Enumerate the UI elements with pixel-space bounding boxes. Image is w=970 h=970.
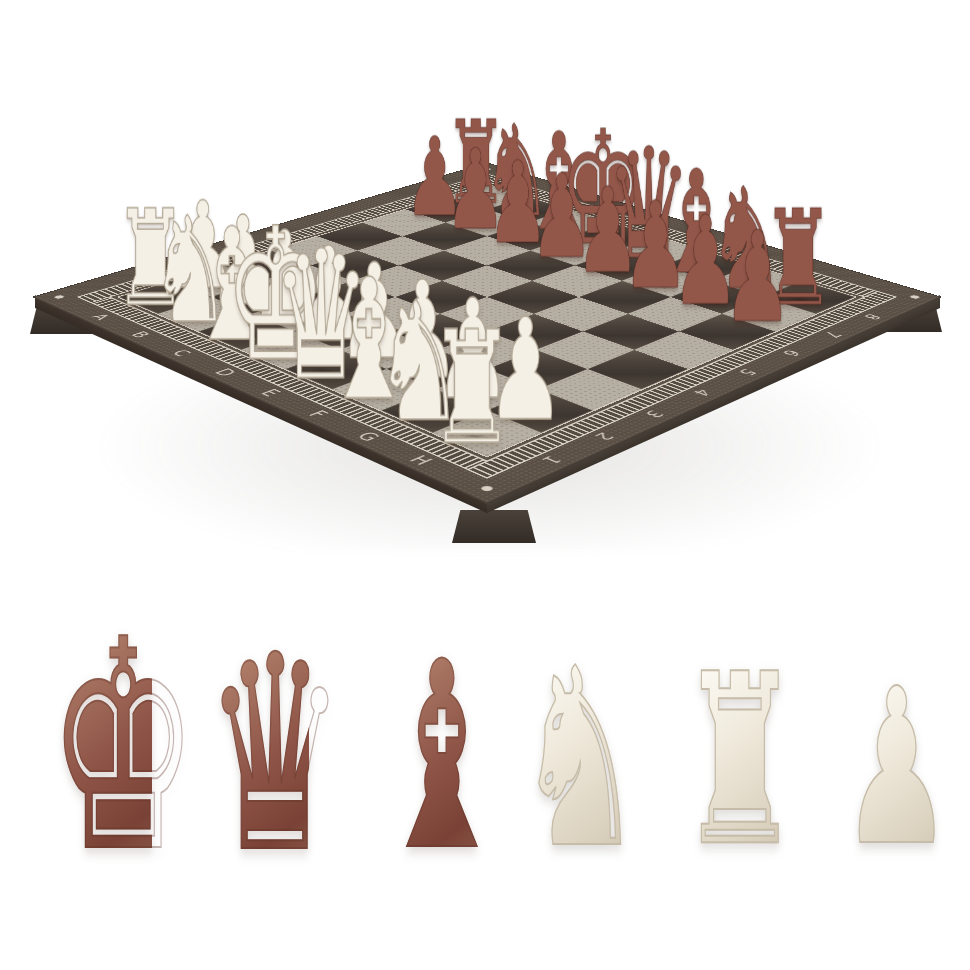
display-red-bishop: ♝ xyxy=(375,628,479,886)
display-red-king: ♚ xyxy=(48,602,152,892)
product-photo: ABCDEFGH12345678♜♞♝♚♛♝♞♜♟♟♟♟♟♟♟♟♟♟♟♟♟♟♟♟… xyxy=(0,0,970,970)
corner-dot xyxy=(53,295,66,300)
white-rook: ♜ xyxy=(428,309,515,465)
display-white-knight: ♞ xyxy=(516,636,620,882)
corner-dot xyxy=(908,295,921,300)
display-red-queen: ♛ xyxy=(205,620,309,890)
board-scene: ABCDEFGH12345678♜♞♝♚♛♝♞♜♟♟♟♟♟♟♟♟♟♟♟♟♟♟♟♟… xyxy=(167,0,807,617)
chess-board: ABCDEFGH12345678♜♞♝♚♛♝♞♜♟♟♟♟♟♟♟♟♟♟♟♟♟♟♟♟… xyxy=(34,163,939,503)
corner-dot xyxy=(479,485,495,492)
display-white-pawn: ♟ xyxy=(841,660,945,875)
board-grid: ♜♞♝♚♛♝♞♜♟♟♟♟♟♟♟♟♟♟♟♟♟♟♟♟♜♞♝♚♛♝♞♜ xyxy=(119,185,854,457)
display-white-rook: ♜ xyxy=(679,643,783,878)
